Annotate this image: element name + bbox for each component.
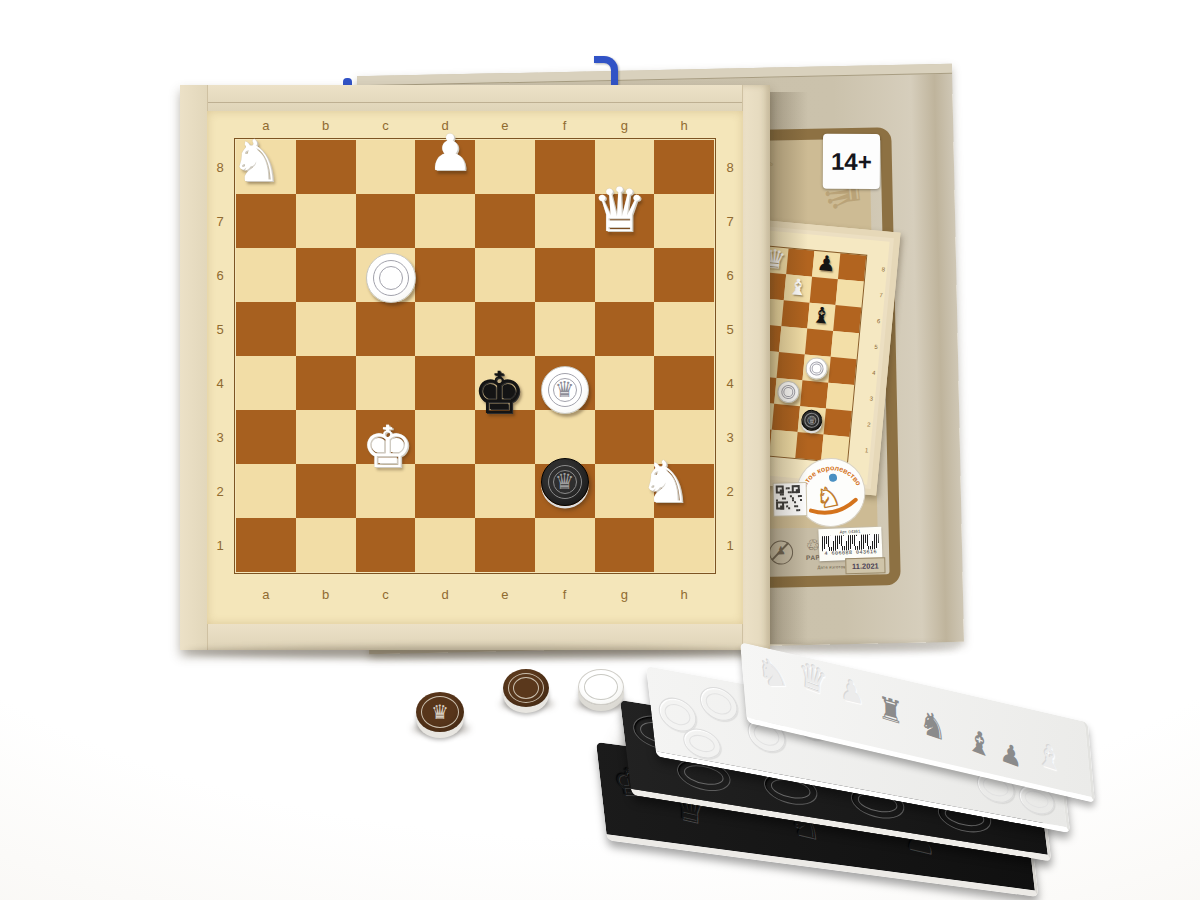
rank-label-right: 3	[726, 430, 733, 445]
file-label-bottom: e	[501, 587, 508, 602]
board-cast-shadow	[768, 92, 808, 644]
chess-piece-white-queen: ♛	[592, 179, 647, 240]
chess-piece-black-king: ♚	[473, 364, 525, 422]
file-label-bottom: d	[442, 587, 449, 602]
file-label-top: f	[563, 118, 567, 133]
sheet-punched-hole-piece: ♜	[877, 691, 904, 730]
rank-label-right: 4	[726, 376, 733, 391]
chess-piece-black-bishop: ♝	[811, 304, 833, 328]
box-top-edge	[357, 64, 952, 86]
sheet-embossed-checker	[682, 725, 723, 761]
rank-label-left: 1	[216, 538, 223, 553]
rank-label-right: 7	[726, 214, 733, 229]
sheet-punched-hole-piece: ♟	[999, 738, 1023, 773]
checker-piece-white-man	[805, 357, 829, 381]
sheet-embossed-piece: ♞	[753, 655, 791, 691]
board-ground-shadow	[186, 646, 764, 659]
rank-label-left: 2	[216, 484, 223, 499]
chess-piece-white-knight: ♞	[230, 132, 282, 190]
checker-piece-white-king: ♛	[541, 366, 589, 414]
rank-label-right: 8	[726, 160, 733, 175]
chess-piece-white-pawn: ♟	[428, 128, 473, 178]
frame-rail-top	[180, 85, 770, 113]
demonstration-chessboard: aabbccddeeffgghh8877665544332211 ♞♟♛♚♛♚♛…	[180, 85, 770, 650]
checker-crown-mark: ♛	[555, 469, 575, 494]
board-sheet: aabbccddeeffgghh8877665544332211 ♞♟♛♚♛♚♛…	[207, 111, 743, 624]
chess-piece-white-knight: ♞	[639, 453, 691, 511]
rank-label-right: 2	[726, 484, 733, 499]
file-label-bottom: a	[262, 587, 269, 602]
rank-label-right: 6	[726, 268, 733, 283]
mini-rank-label: 6	[877, 318, 881, 324]
barcode-digits: 4 606088 043616	[822, 549, 879, 557]
mini-rank-label: 7	[879, 292, 883, 298]
checker-crown-mark: ♛	[807, 415, 816, 426]
sheet-punched-hole-piece: ♞	[919, 704, 947, 746]
checker-piece-white-man	[366, 253, 416, 303]
file-label-top: g	[621, 118, 628, 133]
rank-label-right: 1	[726, 538, 733, 553]
age-badge: 14+	[823, 134, 880, 189]
file-label-top: b	[322, 118, 329, 133]
sheet-punched-hole-piece: ♝	[966, 723, 994, 763]
file-label-bottom: h	[681, 587, 688, 602]
sheet-embossed-piece: ♟	[838, 675, 865, 710]
barcode-label: Арт. 04361 4 606088 043616	[818, 527, 882, 561]
file-label-bottom: c	[382, 587, 389, 602]
mini-rank-label: 3	[869, 396, 873, 402]
chess-piece-white-king: ♚	[361, 418, 413, 476]
rank-label-left: 7	[216, 214, 223, 229]
file-label-top: h	[681, 118, 688, 133]
product-photo-scene: ♟♚♝♞♜♛♟♚♝♞♜♛♟♚♝♞♜♛♟♚♝♞ арт. 04361 14+ ♛♟…	[0, 0, 1200, 900]
rank-label-right: 5	[726, 322, 733, 337]
frame-rail-right	[742, 85, 770, 650]
file-label-top: c	[382, 118, 389, 133]
manufacture-date-stamp: 11.2021	[845, 557, 885, 574]
mini-rank-label: 4	[872, 370, 876, 376]
mini-rank-label: 5	[874, 344, 878, 350]
loose-checker-white	[578, 669, 624, 705]
mini-rank-label: 8	[881, 266, 885, 272]
file-label-top: e	[501, 118, 508, 133]
checker-piece-black-king: ♛	[541, 458, 589, 506]
rank-label-left: 5	[216, 322, 223, 337]
frame-rail-left	[180, 85, 208, 650]
mini-rank-label: 2	[867, 422, 871, 428]
box-ground-shadow	[772, 643, 958, 653]
checker-crown-mark: ♛	[555, 377, 575, 402]
file-label-bottom: g	[621, 587, 628, 602]
board-piece-layer: ♞♟♛♚♛♚♛♞	[236, 140, 714, 572]
mini-rank-label: 1	[865, 447, 869, 453]
sheet-embossed-piece: ♛	[797, 656, 828, 701]
loose-checker-dark-crowned: ♛	[416, 692, 464, 732]
file-label-bottom: f	[563, 587, 567, 602]
file-label-bottom: b	[322, 587, 329, 602]
rank-label-left: 4	[216, 376, 223, 391]
loose-checker-dark	[503, 669, 549, 707]
sheet-embossed-piece: ♝	[1036, 738, 1063, 777]
rank-label-left: 3	[216, 430, 223, 445]
chess-piece-black-pawn: ♟	[816, 253, 837, 276]
rank-label-left: 6	[216, 268, 223, 283]
sheet-embossed-checker	[698, 684, 739, 724]
rank-label-left: 8	[216, 160, 223, 175]
